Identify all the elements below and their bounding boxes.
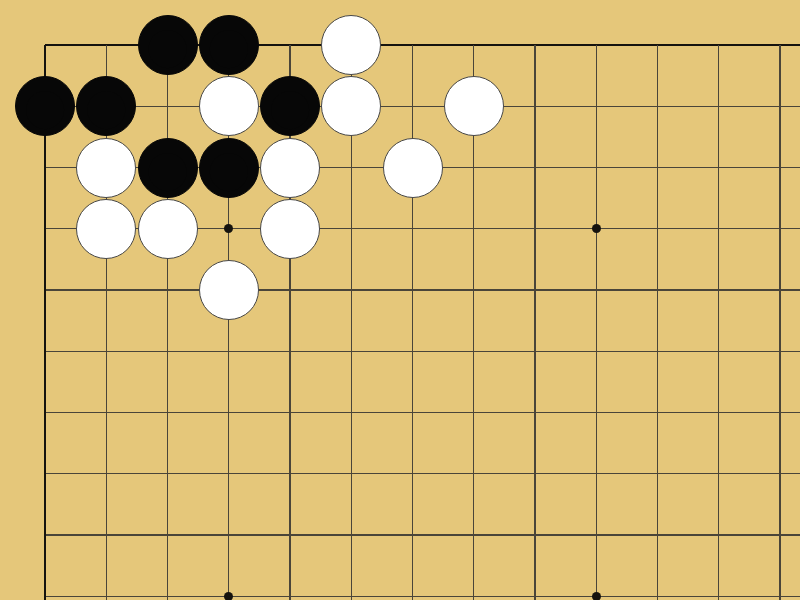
grid-line [779, 198, 780, 259]
intersection-D17[interactable]: ● [198, 137, 259, 198]
grid-line [167, 76, 168, 137]
grid-line [412, 382, 413, 443]
intersection-K17[interactable] [566, 137, 627, 198]
intersection-L10[interactable] [627, 566, 688, 600]
grid-line [749, 289, 800, 290]
intersection-C17[interactable]: ● [137, 137, 198, 198]
grid-line [412, 504, 413, 565]
grid-line [534, 137, 535, 198]
grid-line [106, 382, 107, 443]
grid-line [473, 45, 474, 76]
board-edge-line [44, 321, 47, 382]
grid-line [167, 382, 168, 443]
intersection-K12[interactable] [566, 443, 627, 504]
intersection-E11[interactable] [259, 504, 320, 565]
intersection-B14[interactable] [76, 321, 137, 382]
intersection-H18[interactable]: ● [443, 76, 504, 137]
intersection-G13[interactable] [382, 382, 443, 443]
intersection-N10[interactable] [749, 566, 800, 600]
intersection-A10[interactable] [14, 566, 75, 600]
intersection-J16[interactable] [504, 198, 565, 259]
grid-line [106, 45, 107, 76]
intersection-J11[interactable] [504, 504, 565, 565]
intersection-A13[interactable] [14, 382, 75, 443]
intersection-A17[interactable] [14, 137, 75, 198]
intersection-C13[interactable] [137, 382, 198, 443]
intersection-D19[interactable]: ● [198, 14, 259, 75]
white-stone[interactable]: ● [321, 76, 381, 136]
intersection-G11[interactable] [382, 504, 443, 565]
grid-line [351, 321, 352, 382]
intersection-D11[interactable] [198, 504, 259, 565]
intersection-L14[interactable] [627, 321, 688, 382]
grid-line [534, 198, 535, 259]
intersection-G12[interactable] [382, 443, 443, 504]
grid-line [45, 412, 76, 413]
grid-line [473, 504, 474, 565]
intersection-M17[interactable] [688, 137, 749, 198]
intersection-G10[interactable] [382, 566, 443, 600]
intersection-A16[interactable] [14, 198, 75, 259]
intersection-F14[interactable] [321, 321, 382, 382]
intersection-M16[interactable] [688, 198, 749, 259]
go-board: ●●●●●●●●●●●●●●●●●● [14, 14, 800, 600]
grid-line [228, 443, 229, 504]
intersection-A11[interactable] [14, 504, 75, 565]
grid-line [657, 566, 658, 600]
intersection-L19[interactable] [627, 14, 688, 75]
grid-line [779, 382, 780, 443]
grid-line [718, 259, 719, 320]
grid-line [749, 167, 800, 168]
grid-line [228, 504, 229, 565]
intersection-C19[interactable]: ● [137, 14, 198, 75]
intersection-E13[interactable] [259, 382, 320, 443]
star-point [592, 592, 601, 600]
intersection-H15[interactable] [443, 259, 504, 320]
grid-line [718, 504, 719, 565]
grid-line [749, 534, 800, 535]
star-point [224, 224, 233, 233]
grid-line [534, 504, 535, 565]
grid-line [657, 321, 658, 382]
intersection-M12[interactable] [688, 443, 749, 504]
intersection-E19[interactable] [259, 14, 320, 75]
grid-line [167, 504, 168, 565]
grid-line [779, 45, 780, 76]
grid-line [412, 45, 413, 76]
intersection-E12[interactable] [259, 443, 320, 504]
grid-line [106, 443, 107, 504]
intersection-K13[interactable] [566, 382, 627, 443]
intersection-H13[interactable] [443, 382, 504, 443]
intersection-K16[interactable] [566, 198, 627, 259]
intersection-B12[interactable] [76, 443, 137, 504]
grid-line [718, 76, 719, 137]
grid-line [596, 76, 597, 137]
intersection-H12[interactable] [443, 443, 504, 504]
board-edge-line [44, 504, 47, 565]
intersection-H10[interactable] [443, 566, 504, 600]
intersection-L16[interactable] [627, 198, 688, 259]
intersection-F15[interactable] [321, 259, 382, 320]
intersection-L13[interactable] [627, 382, 688, 443]
intersection-K15[interactable] [566, 259, 627, 320]
black-stone[interactable]: ● [138, 138, 198, 198]
intersection-H19[interactable] [443, 14, 504, 75]
intersection-B19[interactable] [76, 14, 137, 75]
grid-line [657, 259, 658, 320]
black-stone[interactable]: ● [199, 138, 259, 198]
intersection-A15[interactable] [14, 259, 75, 320]
grid-line [718, 137, 719, 198]
grid-line [289, 382, 290, 443]
grid-line [167, 566, 168, 600]
grid-line [289, 566, 290, 600]
grid-line [657, 504, 658, 565]
intersection-M10[interactable] [688, 566, 749, 600]
intersection-E16[interactable]: ● [259, 198, 320, 259]
grid-line [534, 45, 535, 76]
grid-line [749, 596, 800, 597]
intersection-C11[interactable] [137, 504, 198, 565]
board-edge-line [45, 44, 76, 47]
grid-line [534, 443, 535, 504]
grid-line [473, 382, 474, 443]
grid-line [657, 382, 658, 443]
black-stone[interactable]: ● [76, 76, 136, 136]
intersection-E14[interactable] [259, 321, 320, 382]
intersection-A12[interactable] [14, 443, 75, 504]
go-board-screenshot: ●●●●●●●●●●●●●●●●●● [0, 0, 800, 600]
intersection-N19[interactable] [749, 14, 800, 75]
star-point [224, 592, 233, 600]
intersection-C12[interactable] [137, 443, 198, 504]
intersection-J13[interactable] [504, 382, 565, 443]
black-stone[interactable]: ● [138, 15, 198, 75]
grid-line [351, 566, 352, 600]
grid-line [657, 198, 658, 259]
intersection-B18[interactable]: ● [76, 76, 137, 137]
grid-line [779, 259, 780, 320]
grid-line [351, 198, 352, 259]
white-stone[interactable]: ● [444, 76, 504, 136]
intersection-G16[interactable] [382, 198, 443, 259]
grid-line [45, 167, 76, 168]
grid-line [45, 473, 76, 474]
grid-line [351, 443, 352, 504]
intersection-N16[interactable] [749, 198, 800, 259]
intersection-K14[interactable] [566, 321, 627, 382]
intersection-L11[interactable] [627, 504, 688, 565]
intersection-A14[interactable] [14, 321, 75, 382]
grid-line [534, 566, 535, 600]
white-stone[interactable]: ● [260, 199, 320, 259]
white-stone[interactable]: ● [76, 138, 136, 198]
grid-line [779, 443, 780, 504]
board-edge-line [44, 566, 47, 600]
board-edge-line [44, 259, 47, 320]
grid-line [228, 321, 229, 382]
intersection-M19[interactable] [688, 14, 749, 75]
star-point [592, 224, 601, 233]
intersection-M11[interactable] [688, 504, 749, 565]
intersection-K10[interactable] [566, 566, 627, 600]
intersection-E15[interactable] [259, 259, 320, 320]
grid-line [412, 76, 413, 137]
intersection-D13[interactable] [198, 382, 259, 443]
grid-line [473, 259, 474, 320]
intersection-A19[interactable] [14, 14, 75, 75]
grid-line [412, 198, 413, 259]
intersection-F13[interactable] [321, 382, 382, 443]
intersection-N15[interactable] [749, 259, 800, 320]
intersection-C18[interactable] [137, 76, 198, 137]
grid-line [45, 351, 76, 352]
intersection-F11[interactable] [321, 504, 382, 565]
intersection-J19[interactable] [504, 14, 565, 75]
white-stone[interactable]: ● [321, 15, 381, 75]
grid-line [289, 504, 290, 565]
intersection-L12[interactable] [627, 443, 688, 504]
grid-line [534, 259, 535, 320]
grid-line [749, 106, 800, 107]
intersection-D18[interactable]: ● [198, 76, 259, 137]
grid-line [749, 412, 800, 413]
intersection-H16[interactable] [443, 198, 504, 259]
intersection-D16[interactable] [198, 198, 259, 259]
intersection-L15[interactable] [627, 259, 688, 320]
grid-line [534, 382, 535, 443]
intersection-D10[interactable] [198, 566, 259, 600]
grid-line [657, 443, 658, 504]
grid-line [106, 566, 107, 600]
intersection-M14[interactable] [688, 321, 749, 382]
grid-line [412, 321, 413, 382]
intersection-J12[interactable] [504, 443, 565, 504]
white-stone[interactable]: ● [199, 76, 259, 136]
intersection-B10[interactable] [76, 566, 137, 600]
grid-line [351, 382, 352, 443]
white-stone[interactable]: ● [138, 199, 198, 259]
intersection-E10[interactable] [259, 566, 320, 600]
grid-line [289, 45, 290, 76]
grid-line [473, 321, 474, 382]
grid-line [473, 566, 474, 600]
intersection-G14[interactable] [382, 321, 443, 382]
intersection-M15[interactable] [688, 259, 749, 320]
intersection-L18[interactable] [627, 76, 688, 137]
grid-line [718, 566, 719, 600]
white-stone[interactable]: ● [260, 138, 320, 198]
grid-line [718, 443, 719, 504]
grid-line [749, 473, 800, 474]
grid-line [718, 198, 719, 259]
intersection-F16[interactable] [321, 198, 382, 259]
grid-line [106, 504, 107, 565]
grid-line [106, 259, 107, 320]
intersection-D12[interactable] [198, 443, 259, 504]
black-stone[interactable]: ● [199, 15, 259, 75]
grid-line [718, 321, 719, 382]
intersection-C14[interactable] [137, 321, 198, 382]
intersection-J17[interactable] [504, 137, 565, 198]
intersection-J18[interactable] [504, 76, 565, 137]
grid-line [718, 382, 719, 443]
black-stone[interactable]: ● [260, 76, 320, 136]
grid-line [657, 137, 658, 198]
board-edge-line [749, 44, 800, 47]
black-stone[interactable]: ● [15, 76, 75, 136]
grid-line [473, 137, 474, 198]
grid-line [779, 321, 780, 382]
intersection-F10[interactable] [321, 566, 382, 600]
board-edge-line [44, 45, 47, 76]
intersection-B13[interactable] [76, 382, 137, 443]
intersection-F18[interactable]: ● [321, 76, 382, 137]
intersection-J10[interactable] [504, 566, 565, 600]
grid-line [412, 566, 413, 600]
grid-line [779, 76, 780, 137]
grid-line [596, 45, 597, 76]
intersection-M13[interactable] [688, 382, 749, 443]
white-stone[interactable]: ● [383, 138, 443, 198]
grid-line [473, 198, 474, 259]
grid-line [289, 443, 290, 504]
intersection-B16[interactable]: ● [76, 198, 137, 259]
intersection-N17[interactable] [749, 137, 800, 198]
intersection-N11[interactable] [749, 504, 800, 565]
grid-line [657, 76, 658, 137]
intersection-F19[interactable]: ● [321, 14, 382, 75]
intersection-G18[interactable] [382, 76, 443, 137]
board-edge-line [44, 137, 47, 198]
grid-line [351, 504, 352, 565]
grid-line [45, 534, 76, 535]
intersection-E17[interactable]: ● [259, 137, 320, 198]
intersection-E18[interactable]: ● [259, 76, 320, 137]
grid-line [412, 259, 413, 320]
intersection-B15[interactable] [76, 259, 137, 320]
grid-line [596, 321, 597, 382]
intersection-C15[interactable] [137, 259, 198, 320]
grid-line [289, 259, 290, 320]
white-stone[interactable]: ● [76, 199, 136, 259]
intersection-M18[interactable] [688, 76, 749, 137]
grid-line [106, 321, 107, 382]
grid-line [657, 45, 658, 76]
intersection-J15[interactable] [504, 259, 565, 320]
grid-line [45, 228, 76, 229]
grid-line [596, 504, 597, 565]
intersection-K19[interactable] [566, 14, 627, 75]
intersection-D14[interactable] [198, 321, 259, 382]
grid-line [167, 259, 168, 320]
intersection-G19[interactable] [382, 14, 443, 75]
board-edge-line [44, 198, 47, 259]
intersection-F17[interactable] [321, 137, 382, 198]
intersection-A18[interactable]: ● [14, 76, 75, 137]
grid-line [473, 443, 474, 504]
intersection-N14[interactable] [749, 321, 800, 382]
intersection-B17[interactable]: ● [76, 137, 137, 198]
grid-line [534, 321, 535, 382]
intersection-C10[interactable] [137, 566, 198, 600]
intersection-G15[interactable] [382, 259, 443, 320]
board-edge-line [44, 382, 47, 443]
intersection-K18[interactable] [566, 76, 627, 137]
grid-line [596, 443, 597, 504]
grid-line [351, 259, 352, 320]
grid-line [45, 596, 76, 597]
grid-line [167, 321, 168, 382]
intersection-H14[interactable] [443, 321, 504, 382]
grid-line [351, 137, 352, 198]
grid-line [749, 351, 800, 352]
intersection-F12[interactable] [321, 443, 382, 504]
grid-line [167, 443, 168, 504]
intersection-N13[interactable] [749, 382, 800, 443]
intersection-J14[interactable] [504, 321, 565, 382]
intersection-L17[interactable] [627, 137, 688, 198]
intersection-C16[interactable]: ● [137, 198, 198, 259]
grid-line [596, 382, 597, 443]
grid-line [596, 259, 597, 320]
grid-line [779, 566, 780, 600]
intersection-B11[interactable] [76, 504, 137, 565]
intersection-N12[interactable] [749, 443, 800, 504]
grid-line [289, 321, 290, 382]
grid-line [718, 45, 719, 76]
grid-line [45, 289, 76, 290]
intersection-N18[interactable] [749, 76, 800, 137]
grid-line [749, 228, 800, 229]
grid-line [779, 504, 780, 565]
intersection-K11[interactable] [566, 504, 627, 565]
grid-line [534, 76, 535, 137]
intersection-D15[interactable]: ● [198, 259, 259, 320]
grid-line [779, 137, 780, 198]
grid-line [228, 382, 229, 443]
board-edge-line [44, 443, 47, 504]
grid-line [596, 137, 597, 198]
intersection-H17[interactable] [443, 137, 504, 198]
white-stone[interactable]: ● [199, 260, 259, 320]
intersection-H11[interactable] [443, 504, 504, 565]
grid-line [412, 443, 413, 504]
intersection-G17[interactable]: ● [382, 137, 443, 198]
